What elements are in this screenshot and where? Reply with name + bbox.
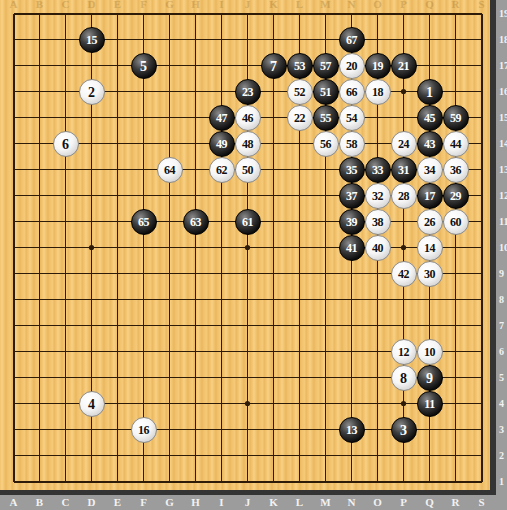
stone-black-49[interactable]: 49 (209, 131, 235, 157)
move-number: 60 (444, 210, 468, 234)
stone-black-17[interactable]: 17 (417, 183, 443, 209)
move-number: 63 (184, 210, 208, 234)
stone-black-9[interactable]: 9 (417, 365, 443, 391)
move-number: 58 (340, 132, 364, 156)
stone-white-8[interactable]: 8 (391, 365, 417, 391)
stone-black-35[interactable]: 35 (339, 157, 365, 183)
row-label-14: 14 (499, 138, 507, 149)
move-number: 19 (366, 54, 390, 78)
move-number: 65 (132, 210, 156, 234)
col-label-M: M (318, 496, 334, 508)
col-label-G: G (162, 496, 178, 508)
stone-white-18[interactable]: 18 (365, 79, 391, 105)
faint-col-label-P: P (396, 0, 412, 9)
row-label-3: 3 (499, 424, 504, 435)
move-number: 16 (132, 418, 156, 442)
stone-white-22[interactable]: 22 (287, 105, 313, 131)
stone-white-4[interactable]: 4 (79, 391, 105, 417)
col-label-H: H (188, 496, 204, 508)
stone-white-40[interactable]: 40 (365, 235, 391, 261)
stone-black-41[interactable]: 41 (339, 235, 365, 261)
move-number: 43 (418, 132, 442, 156)
move-number: 37 (340, 184, 364, 208)
stone-black-37[interactable]: 37 (339, 183, 365, 209)
move-number: 51 (314, 80, 338, 104)
stone-white-34[interactable]: 34 (417, 157, 443, 183)
stone-white-10[interactable]: 10 (417, 339, 443, 365)
stone-black-33[interactable]: 33 (365, 157, 391, 183)
stone-black-39[interactable]: 39 (339, 209, 365, 235)
move-number: 3 (392, 418, 416, 442)
move-number: 59 (444, 106, 468, 130)
faint-col-label-G: G (162, 0, 178, 9)
move-number: 64 (158, 158, 182, 182)
stone-white-6[interactable]: 6 (53, 131, 79, 157)
move-number: 14 (418, 236, 442, 260)
go-kifu-diagram: ABCDEFGHIJKLMNOPQRS 12345678910111213141… (0, 0, 507, 510)
move-number: 66 (340, 80, 364, 104)
move-number: 1 (418, 80, 442, 104)
move-number: 18 (366, 80, 390, 104)
faint-col-label-C: C (58, 0, 74, 9)
stone-black-57[interactable]: 57 (313, 53, 339, 79)
faint-col-label-S: S (474, 0, 490, 9)
row-label-10: 10 (499, 242, 507, 253)
move-number: 8 (392, 366, 416, 390)
move-number: 50 (236, 158, 260, 182)
move-number: 2 (80, 80, 104, 104)
row-label-18: 18 (499, 34, 507, 45)
move-number: 48 (236, 132, 260, 156)
col-label-E: E (110, 496, 126, 508)
move-number: 56 (314, 132, 338, 156)
coordinate-labels-right: 19181716151413121110987654321 (496, 0, 507, 510)
stone-white-12[interactable]: 12 (391, 339, 417, 365)
stone-black-31[interactable]: 31 (391, 157, 417, 183)
move-number: 36 (444, 158, 468, 182)
faint-col-label-H: H (188, 0, 204, 9)
faint-col-label-Q: Q (422, 0, 438, 9)
row-label-5: 5 (499, 372, 504, 383)
faint-col-label-E: E (110, 0, 126, 9)
faint-col-label-N: N (344, 0, 360, 9)
faint-col-label-O: O (370, 0, 386, 9)
stone-white-2[interactable]: 2 (79, 79, 105, 105)
stone-black-67[interactable]: 67 (339, 27, 365, 53)
stone-white-44[interactable]: 44 (443, 131, 469, 157)
stone-black-61[interactable]: 61 (235, 209, 261, 235)
row-label-8: 8 (499, 294, 504, 305)
stone-white-60[interactable]: 60 (443, 209, 469, 235)
move-number: 40 (366, 236, 390, 260)
stone-black-43[interactable]: 43 (417, 131, 443, 157)
move-number: 29 (444, 184, 468, 208)
move-number: 21 (392, 54, 416, 78)
move-number: 38 (366, 210, 390, 234)
move-number: 61 (236, 210, 260, 234)
col-label-S: S (474, 496, 490, 508)
stone-white-20[interactable]: 20 (339, 53, 365, 79)
move-number: 26 (418, 210, 442, 234)
move-number: 12 (392, 340, 416, 364)
move-number: 17 (418, 184, 442, 208)
row-label-19: 19 (499, 8, 507, 19)
move-number: 47 (210, 106, 234, 130)
move-number: 22 (288, 106, 312, 130)
col-label-L: L (292, 496, 308, 508)
faint-col-label-J: J (240, 0, 256, 9)
move-number: 33 (366, 158, 390, 182)
move-number: 52 (288, 80, 312, 104)
stone-black-11[interactable]: 11 (417, 391, 443, 417)
move-number: 46 (236, 106, 260, 130)
stone-black-19[interactable]: 19 (365, 53, 391, 79)
move-number: 20 (340, 54, 364, 78)
stone-black-45[interactable]: 45 (417, 105, 443, 131)
row-label-1: 1 (499, 476, 504, 487)
faint-col-label-A: A (6, 0, 22, 9)
faint-col-label-D: D (84, 0, 100, 9)
stone-white-62[interactable]: 62 (209, 157, 235, 183)
stone-white-14[interactable]: 14 (417, 235, 443, 261)
stone-white-32[interactable]: 32 (365, 183, 391, 209)
col-label-C: C (58, 496, 74, 508)
col-label-K: K (266, 496, 282, 508)
move-number: 24 (392, 132, 416, 156)
stone-black-7[interactable]: 7 (261, 53, 287, 79)
col-label-J: J (240, 496, 256, 508)
move-number: 9 (418, 366, 442, 390)
stone-white-36[interactable]: 36 (443, 157, 469, 183)
stone-white-54[interactable]: 54 (339, 105, 365, 131)
stone-white-48[interactable]: 48 (235, 131, 261, 157)
go-board[interactable]: ABCDEFGHIJKLMNOPQRS 12345678910111213141… (0, 0, 492, 491)
stone-white-30[interactable]: 30 (417, 261, 443, 287)
row-label-2: 2 (499, 450, 504, 461)
row-label-9: 9 (499, 268, 504, 279)
stone-white-24[interactable]: 24 (391, 131, 417, 157)
move-number: 7 (262, 54, 286, 78)
row-label-17: 17 (499, 60, 507, 71)
col-label-I: I (214, 496, 230, 508)
col-label-P: P (396, 496, 412, 508)
move-number: 49 (210, 132, 234, 156)
stone-black-1[interactable]: 1 (417, 79, 443, 105)
faint-col-label-I: I (214, 0, 230, 9)
move-number: 41 (340, 236, 364, 260)
stone-black-13[interactable]: 13 (339, 417, 365, 443)
row-label-6: 6 (499, 346, 504, 357)
move-number: 42 (392, 262, 416, 286)
stone-white-66[interactable]: 66 (339, 79, 365, 105)
stone-white-46[interactable]: 46 (235, 105, 261, 131)
stone-white-38[interactable]: 38 (365, 209, 391, 235)
move-number: 67 (340, 28, 364, 52)
faint-top-letters: ABCDEFGHIJKLMNOPQRS (0, 0, 492, 9)
stone-black-21[interactable]: 21 (391, 53, 417, 79)
row-label-16: 16 (499, 86, 507, 97)
row-label-7: 7 (499, 320, 504, 331)
move-number: 4 (80, 392, 104, 416)
move-number: 10 (418, 340, 442, 364)
stone-white-16[interactable]: 16 (131, 417, 157, 443)
stone-black-63[interactable]: 63 (183, 209, 209, 235)
stone-white-50[interactable]: 50 (235, 157, 261, 183)
move-number: 53 (288, 54, 312, 78)
move-number: 44 (444, 132, 468, 156)
stone-white-42[interactable]: 42 (391, 261, 417, 287)
col-label-N: N (344, 496, 360, 508)
stone-black-5[interactable]: 5 (131, 53, 157, 79)
stone-black-51[interactable]: 51 (313, 79, 339, 105)
move-number: 34 (418, 158, 442, 182)
faint-col-label-L: L (292, 0, 308, 9)
coordinate-labels-bottom: ABCDEFGHIJKLMNOPQRS (0, 495, 507, 510)
row-label-11: 11 (499, 216, 507, 227)
move-number: 32 (366, 184, 390, 208)
stone-white-64[interactable]: 64 (157, 157, 183, 183)
col-label-B: B (32, 496, 48, 508)
move-number: 39 (340, 210, 364, 234)
move-number: 62 (210, 158, 234, 182)
row-label-4: 4 (499, 398, 504, 409)
move-number: 28 (392, 184, 416, 208)
stone-black-47[interactable]: 47 (209, 105, 235, 131)
stone-black-53[interactable]: 53 (287, 53, 313, 79)
row-label-15: 15 (499, 112, 507, 123)
stone-white-52[interactable]: 52 (287, 79, 313, 105)
col-label-Q: Q (422, 496, 438, 508)
move-number: 31 (392, 158, 416, 182)
col-label-O: O (370, 496, 386, 508)
stone-white-58[interactable]: 58 (339, 131, 365, 157)
stone-white-28[interactable]: 28 (391, 183, 417, 209)
faint-col-label-M: M (318, 0, 334, 9)
stone-black-59[interactable]: 59 (443, 105, 469, 131)
faint-col-label-B: B (32, 0, 48, 9)
faint-col-label-R: R (448, 0, 464, 9)
move-number: 55 (314, 106, 338, 130)
col-label-D: D (84, 496, 100, 508)
stone-white-56[interactable]: 56 (313, 131, 339, 157)
move-number: 11 (418, 392, 442, 416)
move-number: 6 (54, 132, 78, 156)
stone-black-23[interactable]: 23 (235, 79, 261, 105)
move-number: 54 (340, 106, 364, 130)
move-number: 57 (314, 54, 338, 78)
move-number: 35 (340, 158, 364, 182)
stone-black-29[interactable]: 29 (443, 183, 469, 209)
stone-black-55[interactable]: 55 (313, 105, 339, 131)
stone-black-3[interactable]: 3 (391, 417, 417, 443)
row-label-12: 12 (499, 190, 507, 201)
col-label-R: R (448, 496, 464, 508)
stone-black-15[interactable]: 15 (79, 27, 105, 53)
faint-col-label-K: K (266, 0, 282, 9)
faint-col-label-F: F (136, 0, 152, 9)
move-number: 45 (418, 106, 442, 130)
col-label-F: F (136, 496, 152, 508)
move-number: 13 (340, 418, 364, 442)
row-label-13: 13 (499, 164, 507, 175)
move-number: 23 (236, 80, 260, 104)
move-number: 30 (418, 262, 442, 286)
stone-black-65[interactable]: 65 (131, 209, 157, 235)
col-label-A: A (6, 496, 22, 508)
move-number: 15 (80, 28, 104, 52)
move-number: 5 (132, 54, 156, 78)
stone-white-26[interactable]: 26 (417, 209, 443, 235)
